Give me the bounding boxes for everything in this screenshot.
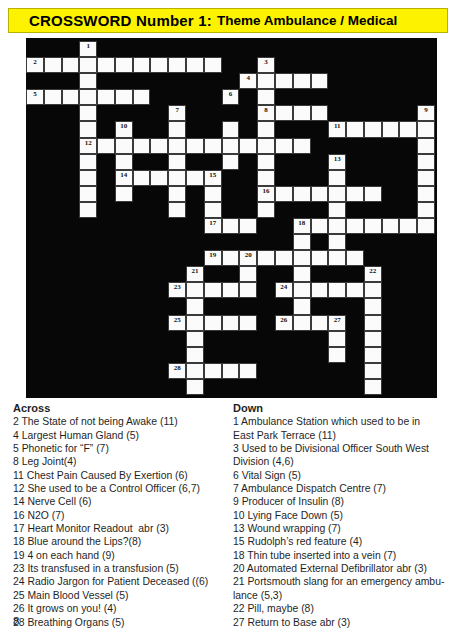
white-cell[interactable]	[222, 121, 240, 137]
black-cell	[79, 266, 97, 282]
white-cell[interactable]	[115, 138, 133, 154]
black-cell	[44, 202, 62, 218]
white-cell[interactable]	[204, 202, 222, 218]
black-cell	[364, 41, 382, 57]
white-cell[interactable]	[204, 138, 222, 154]
white-cell[interactable]	[275, 138, 293, 154]
white-cell[interactable]: 6	[222, 89, 240, 105]
white-cell[interactable]: 9	[417, 105, 435, 121]
black-cell	[257, 363, 275, 379]
clue-number: 20	[240, 251, 256, 260]
black-cell	[311, 363, 329, 379]
white-cell[interactable]	[399, 121, 417, 137]
white-cell[interactable]	[275, 73, 293, 89]
white-cell[interactable]	[168, 186, 186, 202]
white-cell[interactable]: 8	[257, 105, 275, 121]
black-cell	[62, 138, 80, 154]
white-cell[interactable]	[328, 347, 346, 363]
black-cell	[79, 234, 97, 250]
white-cell[interactable]	[44, 57, 62, 73]
black-cell	[328, 105, 346, 121]
white-cell[interactable]	[417, 170, 435, 186]
white-cell[interactable]	[293, 298, 311, 314]
black-cell	[311, 89, 329, 105]
clue: 17 Heart Monitor Readout abr (3)	[13, 522, 233, 535]
black-cell	[417, 282, 435, 298]
clue: 23 Its transfused in a transfusion (5)	[13, 562, 233, 575]
black-cell	[257, 41, 275, 57]
black-cell	[26, 250, 44, 266]
white-cell[interactable]	[257, 121, 275, 137]
black-cell	[417, 234, 435, 250]
white-cell[interactable]	[133, 89, 151, 105]
white-cell[interactable]	[168, 202, 186, 218]
black-cell	[97, 154, 115, 170]
black-cell	[44, 170, 62, 186]
white-cell[interactable]	[364, 186, 382, 202]
black-cell	[150, 250, 168, 266]
white-cell[interactable]: 24	[275, 282, 293, 298]
black-cell	[275, 266, 293, 282]
black-cell	[382, 331, 400, 347]
white-cell[interactable]	[417, 154, 435, 170]
black-cell	[186, 73, 204, 89]
black-cell	[133, 105, 151, 121]
white-cell[interactable]	[364, 121, 382, 137]
white-cell[interactable]	[364, 315, 382, 331]
white-cell[interactable]	[168, 170, 186, 186]
white-cell[interactable]: 3	[257, 57, 275, 73]
black-cell	[150, 266, 168, 282]
white-cell[interactable]	[222, 282, 240, 298]
black-cell	[168, 266, 186, 282]
white-cell[interactable]	[239, 138, 257, 154]
black-cell	[97, 298, 115, 314]
white-cell[interactable]	[311, 315, 329, 331]
white-cell[interactable]	[257, 250, 275, 266]
white-cell[interactable]	[328, 234, 346, 250]
white-cell[interactable]	[364, 218, 382, 234]
white-cell[interactable]	[311, 282, 329, 298]
white-cell[interactable]	[79, 57, 97, 73]
clue-number: 18	[294, 219, 310, 228]
black-cell	[275, 41, 293, 57]
white-cell[interactable]	[364, 331, 382, 347]
black-cell	[239, 331, 257, 347]
black-cell	[382, 186, 400, 202]
black-cell	[115, 298, 133, 314]
clue: 14 Nerve Cell (6)	[13, 495, 233, 508]
white-cell[interactable]: 26	[275, 315, 293, 331]
white-cell[interactable]	[293, 282, 311, 298]
clue-number: 28	[169, 364, 185, 373]
white-cell[interactable]: 2	[26, 57, 44, 73]
black-cell	[26, 266, 44, 282]
white-cell[interactable]	[257, 73, 275, 89]
white-cell[interactable]	[293, 315, 311, 331]
white-cell[interactable]	[328, 218, 346, 234]
black-cell	[26, 154, 44, 170]
black-cell	[79, 331, 97, 347]
black-cell	[275, 170, 293, 186]
white-cell[interactable]	[186, 363, 204, 379]
black-cell	[150, 105, 168, 121]
white-cell[interactable]	[133, 57, 151, 73]
black-cell	[133, 266, 151, 282]
white-cell[interactable]	[79, 105, 97, 121]
clue: 28 Breathing Organs (5)	[13, 616, 233, 629]
black-cell	[133, 331, 151, 347]
white-cell[interactable]	[417, 121, 435, 137]
black-cell	[311, 331, 329, 347]
white-cell[interactable]	[364, 298, 382, 314]
white-cell[interactable]: 17	[204, 218, 222, 234]
white-cell[interactable]	[293, 250, 311, 266]
black-cell	[97, 363, 115, 379]
black-cell	[133, 363, 151, 379]
white-cell[interactable]	[382, 218, 400, 234]
white-cell[interactable]	[328, 282, 346, 298]
white-cell[interactable]	[257, 154, 275, 170]
white-cell[interactable]: 10	[115, 121, 133, 137]
clue: 13 Wound wrapping (7)	[233, 522, 457, 535]
clue-number: 8	[258, 106, 274, 115]
white-cell[interactable]	[417, 186, 435, 202]
black-cell	[133, 234, 151, 250]
white-cell[interactable]	[239, 315, 257, 331]
white-cell[interactable]	[186, 331, 204, 347]
white-cell[interactable]: 20	[239, 250, 257, 266]
black-cell	[399, 170, 417, 186]
black-cell	[150, 89, 168, 105]
clue: 7 Ambulance Dispatch Centre (7)	[233, 482, 457, 495]
white-cell[interactable]	[311, 105, 329, 121]
black-cell	[346, 379, 364, 395]
white-cell[interactable]: 5	[26, 89, 44, 105]
white-cell[interactable]: 19	[204, 250, 222, 266]
white-cell[interactable]	[257, 89, 275, 105]
white-cell[interactable]	[346, 218, 364, 234]
white-cell[interactable]: 13	[328, 154, 346, 170]
black-cell	[133, 250, 151, 266]
white-cell[interactable]	[257, 202, 275, 218]
white-cell[interactable]	[79, 170, 97, 186]
white-cell[interactable]	[364, 379, 382, 395]
black-cell	[399, 138, 417, 154]
clue-number: 27	[329, 316, 345, 325]
white-cell[interactable]	[222, 363, 240, 379]
white-cell[interactable]	[186, 315, 204, 331]
white-cell[interactable]	[293, 105, 311, 121]
black-cell	[222, 73, 240, 89]
white-cell[interactable]	[328, 170, 346, 186]
white-cell[interactable]	[293, 234, 311, 250]
white-cell[interactable]: 12	[79, 138, 97, 154]
white-cell[interactable]	[186, 347, 204, 363]
clue: 4 Largest Human Gland (5)	[13, 429, 233, 442]
white-cell[interactable]	[275, 186, 293, 202]
white-cell[interactable]	[382, 121, 400, 137]
black-cell	[328, 266, 346, 282]
white-cell[interactable]	[168, 154, 186, 170]
white-cell[interactable]	[204, 315, 222, 331]
white-cell[interactable]	[79, 186, 97, 202]
white-cell[interactable]: 25	[168, 315, 186, 331]
white-cell[interactable]	[239, 282, 257, 298]
black-cell	[382, 73, 400, 89]
black-cell	[150, 315, 168, 331]
black-cell	[346, 234, 364, 250]
white-cell[interactable]	[311, 218, 329, 234]
clue-number: 21	[187, 267, 203, 276]
white-cell[interactable]	[328, 186, 346, 202]
white-cell[interactable]	[150, 57, 168, 73]
white-cell[interactable]	[293, 73, 311, 89]
white-cell[interactable]	[399, 218, 417, 234]
white-cell[interactable]	[222, 218, 240, 234]
white-cell[interactable]	[168, 138, 186, 154]
black-cell	[150, 282, 168, 298]
black-cell	[346, 266, 364, 282]
black-cell	[346, 41, 364, 57]
black-cell	[222, 105, 240, 121]
white-cell[interactable]	[186, 57, 204, 73]
black-cell	[257, 234, 275, 250]
black-cell	[417, 89, 435, 105]
white-cell[interactable]	[150, 138, 168, 154]
black-cell	[382, 298, 400, 314]
white-cell[interactable]	[346, 121, 364, 137]
black-cell	[399, 202, 417, 218]
black-cell	[115, 331, 133, 347]
black-cell	[399, 331, 417, 347]
clue: 9 Producer of Insulin (8)	[233, 495, 457, 508]
white-cell[interactable]	[62, 57, 80, 73]
white-cell[interactable]	[168, 121, 186, 137]
white-cell[interactable]	[257, 170, 275, 186]
black-cell	[364, 57, 382, 73]
white-cell[interactable]: 1	[79, 41, 97, 57]
black-cell	[257, 266, 275, 282]
white-cell[interactable]	[62, 89, 80, 105]
white-cell[interactable]	[239, 266, 257, 282]
white-cell[interactable]	[311, 250, 329, 266]
white-cell[interactable]: 22	[364, 266, 382, 282]
black-cell	[133, 186, 151, 202]
black-cell	[293, 379, 311, 395]
black-cell	[26, 347, 44, 363]
white-cell[interactable]	[186, 170, 204, 186]
white-cell[interactable]	[417, 138, 435, 154]
white-cell[interactable]	[257, 138, 275, 154]
white-cell[interactable]	[222, 315, 240, 331]
black-cell	[311, 202, 329, 218]
white-cell[interactable]	[133, 170, 151, 186]
black-cell	[62, 266, 80, 282]
white-cell[interactable]	[133, 138, 151, 154]
white-cell[interactable]	[97, 57, 115, 73]
white-cell[interactable]: 27	[328, 315, 346, 331]
white-cell[interactable]: 7	[168, 105, 186, 121]
white-cell[interactable]	[115, 154, 133, 170]
black-cell	[399, 105, 417, 121]
black-cell	[44, 379, 62, 395]
black-cell	[239, 41, 257, 57]
black-cell	[382, 379, 400, 395]
white-cell[interactable]	[293, 266, 311, 282]
black-cell	[62, 170, 80, 186]
white-cell[interactable]	[346, 282, 364, 298]
white-cell[interactable]	[417, 218, 435, 234]
white-cell[interactable]	[186, 298, 204, 314]
black-cell	[150, 234, 168, 250]
black-cell	[133, 315, 151, 331]
black-cell	[346, 138, 364, 154]
black-cell	[293, 121, 311, 137]
black-cell	[168, 298, 186, 314]
black-cell	[204, 298, 222, 314]
white-cell[interactable]	[79, 121, 97, 137]
black-cell	[26, 121, 44, 137]
black-cell	[417, 250, 435, 266]
white-cell[interactable]	[115, 186, 133, 202]
black-cell	[26, 379, 44, 395]
white-cell[interactable]	[204, 363, 222, 379]
black-cell	[239, 347, 257, 363]
black-cell	[382, 266, 400, 282]
black-cell	[222, 57, 240, 73]
black-cell	[346, 315, 364, 331]
white-cell[interactable]	[311, 73, 329, 89]
white-cell[interactable]	[275, 250, 293, 266]
white-cell[interactable]	[346, 250, 364, 266]
black-cell	[346, 170, 364, 186]
white-cell[interactable]: 4	[239, 73, 257, 89]
black-cell	[346, 89, 364, 105]
white-cell[interactable]	[328, 202, 346, 218]
white-cell[interactable]	[150, 170, 168, 186]
clue-number: 25	[169, 316, 185, 325]
white-cell[interactable]	[364, 363, 382, 379]
white-cell[interactable]	[204, 57, 222, 73]
white-cell[interactable]	[97, 89, 115, 105]
black-cell	[364, 138, 382, 154]
black-cell	[311, 57, 329, 73]
white-cell[interactable]	[186, 282, 204, 298]
clue-number: 12	[80, 139, 96, 148]
clue-number: 1	[80, 42, 96, 51]
white-cell[interactable]	[328, 250, 346, 266]
white-cell[interactable]: 15	[204, 170, 222, 186]
clue-number: 10	[116, 122, 132, 131]
white-cell[interactable]	[115, 89, 133, 105]
white-cell[interactable]	[239, 363, 257, 379]
black-cell	[168, 234, 186, 250]
white-cell[interactable]	[346, 186, 364, 202]
clue: 26 It grows on you! (4)	[13, 602, 233, 615]
white-cell[interactable]	[239, 218, 257, 234]
black-cell	[293, 363, 311, 379]
black-cell	[150, 154, 168, 170]
black-cell	[62, 73, 80, 89]
white-cell[interactable]: 18	[293, 218, 311, 234]
black-cell	[417, 331, 435, 347]
white-cell[interactable]	[44, 89, 62, 105]
white-cell[interactable]	[328, 331, 346, 347]
white-cell[interactable]: 28	[168, 363, 186, 379]
white-cell[interactable]	[79, 89, 97, 105]
white-cell[interactable]	[79, 154, 97, 170]
white-cell[interactable]: 16	[257, 186, 275, 202]
white-cell[interactable]	[293, 186, 311, 202]
black-cell	[150, 363, 168, 379]
white-cell[interactable]	[364, 282, 382, 298]
white-cell[interactable]: 11	[328, 121, 346, 137]
black-cell	[311, 170, 329, 186]
white-cell[interactable]	[222, 250, 240, 266]
white-cell[interactable]	[186, 379, 204, 395]
black-cell	[382, 347, 400, 363]
black-cell	[133, 347, 151, 363]
black-cell	[417, 315, 435, 331]
black-cell	[311, 41, 329, 57]
black-cell	[133, 298, 151, 314]
black-cell	[311, 379, 329, 395]
black-cell	[44, 218, 62, 234]
white-cell[interactable]	[79, 73, 97, 89]
black-cell	[97, 41, 115, 57]
white-cell[interactable]	[311, 186, 329, 202]
black-cell	[364, 105, 382, 121]
white-cell[interactable]: 23	[168, 282, 186, 298]
black-cell	[346, 363, 364, 379]
black-cell	[204, 154, 222, 170]
clue: 2 The State of not being Awake (11)	[13, 415, 233, 428]
clue: 27 Return to Base abr (3)	[233, 616, 457, 629]
white-cell[interactable]: 21	[186, 266, 204, 282]
black-cell	[133, 121, 151, 137]
black-cell	[115, 250, 133, 266]
black-cell	[275, 379, 293, 395]
black-cell	[382, 234, 400, 250]
white-cell[interactable]	[204, 282, 222, 298]
white-cell[interactable]	[222, 138, 240, 154]
black-cell	[222, 202, 240, 218]
white-cell[interactable]	[115, 57, 133, 73]
white-cell[interactable]: 14	[115, 170, 133, 186]
crossword-grid: 1234567891011121314151617181920212223242…	[26, 41, 435, 395]
white-cell[interactable]	[97, 138, 115, 154]
white-cell[interactable]	[204, 186, 222, 202]
black-cell	[275, 202, 293, 218]
black-cell	[399, 154, 417, 170]
white-cell[interactable]	[293, 138, 311, 154]
white-cell[interactable]	[222, 154, 240, 170]
white-cell[interactable]	[275, 105, 293, 121]
black-cell	[44, 105, 62, 121]
white-cell[interactable]	[79, 202, 97, 218]
black-cell	[44, 266, 62, 282]
black-cell	[26, 282, 44, 298]
white-cell[interactable]	[168, 57, 186, 73]
white-cell[interactable]	[186, 138, 204, 154]
white-cell[interactable]	[417, 202, 435, 218]
black-cell	[150, 41, 168, 57]
white-cell[interactable]	[364, 347, 382, 363]
black-cell	[133, 379, 151, 395]
clue: 22 Pill, maybe (8)	[233, 602, 457, 615]
black-cell	[222, 41, 240, 57]
